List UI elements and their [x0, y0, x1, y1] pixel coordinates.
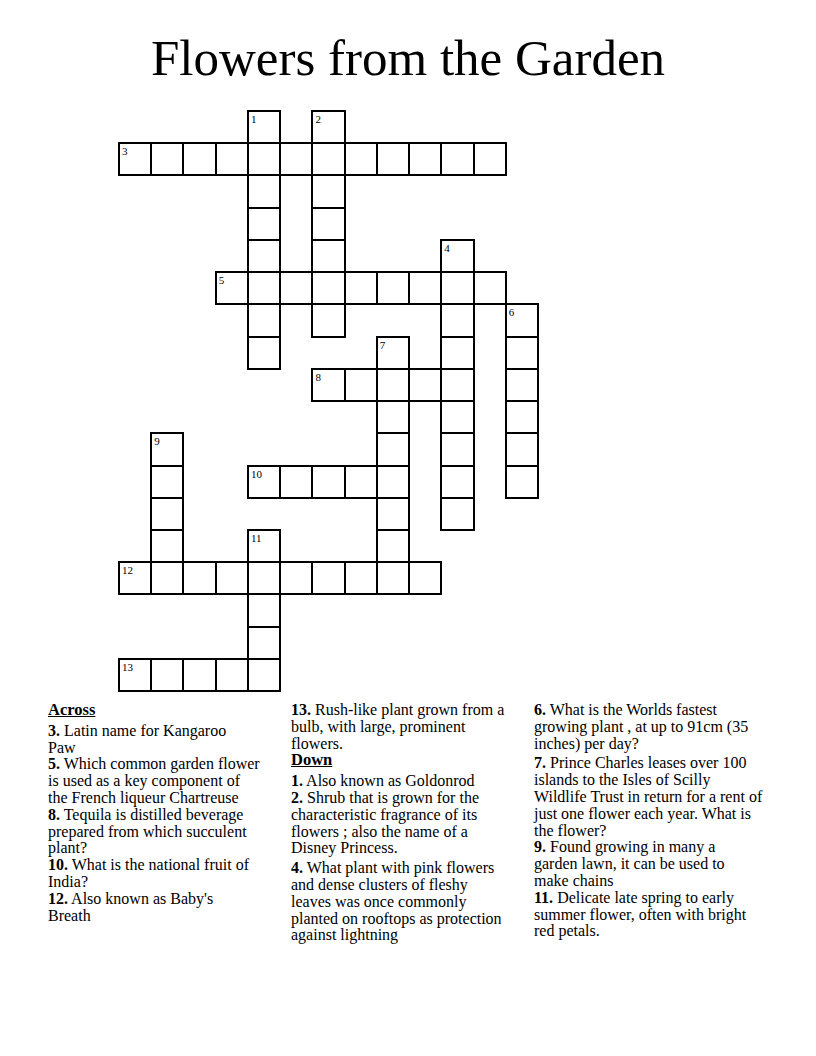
grid-cell-r11c8[interactable]: [376, 465, 410, 499]
grid-cell-r6c6[interactable]: [311, 303, 345, 337]
cell-number-10: 10: [249, 467, 279, 479]
cell-number-11: 11: [249, 531, 279, 543]
clue-across-10: 10. What is the national fruit of India?: [48, 857, 280, 891]
cell-number-8: 8: [313, 370, 343, 382]
clue-across-3: 3. Latin name for Kangaroo Paw: [48, 723, 248, 757]
grid-cell-r5c6[interactable]: [311, 271, 345, 305]
grid-cell-r5c11[interactable]: [473, 271, 507, 305]
clue-number-label: 10.: [48, 856, 68, 873]
grid-cell-r11c10[interactable]: [440, 465, 474, 499]
clue-down-9: 9. Found growing in many a garden lawn, …: [534, 839, 759, 889]
clue-across-5: 5. Which common garden flower is used as…: [48, 756, 261, 806]
grid-cell-r6c12[interactable]: 6: [505, 303, 539, 337]
grid-cell-r1c9[interactable]: [408, 142, 442, 176]
grid-cell-r14c9[interactable]: [408, 561, 442, 595]
grid-cell-r11c5[interactable]: [279, 465, 313, 499]
clue-number-label: 2.: [291, 789, 303, 806]
cell-number-9: 9: [152, 434, 182, 446]
clue-down-7: 7. Prince Charles leases over 100 island…: [534, 755, 766, 839]
grid-cell-r17c1[interactable]: [150, 658, 184, 692]
grid-cell-r7c8[interactable]: 7: [376, 336, 410, 370]
grid-cell-r9c10[interactable]: [440, 400, 474, 434]
grid-cell-r17c2[interactable]: [182, 658, 216, 692]
grid-cell-r2c4[interactable]: [247, 174, 281, 208]
grid-cell-r8c8[interactable]: [376, 368, 410, 402]
grid-cell-r10c10[interactable]: [440, 432, 474, 466]
clue-number-label: 13.: [291, 701, 311, 718]
grid-cell-r5c5[interactable]: [279, 271, 313, 305]
grid-cell-r4c10[interactable]: 4: [440, 239, 474, 273]
grid-cell-r17c0[interactable]: 13: [118, 658, 152, 692]
cell-number-4: 4: [442, 241, 472, 253]
clue-number-label: 8.: [48, 806, 60, 823]
grid-cell-r1c0[interactable]: 3: [118, 142, 152, 176]
clue-across-13: 13. Rush-like plant grown from a bulb, w…: [291, 702, 513, 752]
grid-cell-r7c4[interactable]: [247, 336, 281, 370]
grid-cell-r14c6[interactable]: [311, 561, 345, 595]
clue-down-2: 2. Shrub that is grown for the character…: [291, 790, 516, 857]
grid-cell-r5c10[interactable]: [440, 271, 474, 305]
cell-number-6: 6: [507, 305, 537, 317]
grid-cell-r12c10[interactable]: [440, 497, 474, 531]
grid-cell-r11c1[interactable]: [150, 465, 184, 499]
clue-number-label: 12.: [48, 890, 68, 907]
grid-cell-r5c3[interactable]: 5: [215, 271, 249, 305]
grid-cell-r14c2[interactable]: [182, 561, 216, 595]
grid-cell-r8c12[interactable]: [505, 368, 539, 402]
grid-cell-r1c10[interactable]: [440, 142, 474, 176]
clue-number-label: 11.: [534, 889, 553, 906]
clue-number-label: 4.: [291, 859, 303, 876]
clue-across-12: 12. Also known as Baby's Breath: [48, 891, 253, 925]
grid-cell-r0c6[interactable]: 2: [311, 110, 345, 144]
grid-cell-r4c6[interactable]: [311, 239, 345, 273]
grid-cell-r2c6[interactable]: [311, 174, 345, 208]
cell-number-3: 3: [120, 144, 150, 156]
clue-number-label: 1.: [291, 772, 303, 789]
grid-cell-r5c7[interactable]: [344, 271, 378, 305]
grid-cell-r1c7[interactable]: [344, 142, 378, 176]
grid-cell-r13c1[interactable]: [150, 529, 184, 563]
grid-cell-r11c7[interactable]: [344, 465, 378, 499]
clue-number-label: 6.: [534, 701, 546, 718]
grid-cell-r14c3[interactable]: [215, 561, 249, 595]
cell-number-2: 2: [313, 112, 343, 124]
grid-cell-r8c7[interactable]: [344, 368, 378, 402]
grid-cell-r8c6[interactable]: 8: [311, 368, 345, 402]
clue-number-label: 7.: [534, 754, 546, 771]
grid-cell-r8c10[interactable]: [440, 368, 474, 402]
grid-cell-r13c8[interactable]: [376, 529, 410, 563]
grid-cell-r13c4[interactable]: 11: [247, 529, 281, 563]
grid-cell-r6c10[interactable]: [440, 303, 474, 337]
clues-column-3: 6. What is the Worlds fastest growing pl…: [534, 702, 766, 940]
crossword-grid: 12345678910111213: [118, 110, 540, 692]
grid-cell-r3c4[interactable]: [247, 207, 281, 241]
grid-cell-r1c8[interactable]: [376, 142, 410, 176]
clue-number-label: 9.: [534, 838, 546, 855]
grid-cell-r7c10[interactable]: [440, 336, 474, 370]
grid-cell-r7c12[interactable]: [505, 336, 539, 370]
grid-cell-r14c8[interactable]: [376, 561, 410, 595]
clue-down-4: 4. What plant with pink flowers and dens…: [291, 860, 510, 944]
grid-cell-r6c4[interactable]: [247, 303, 281, 337]
grid-cell-r5c9[interactable]: [408, 271, 442, 305]
clue-down-11: 11. Delicate late spring to early summer…: [534, 890, 766, 940]
grid-cell-r10c1[interactable]: 9: [150, 432, 184, 466]
grid-cell-r1c6[interactable]: [311, 142, 345, 176]
grid-cell-r11c6[interactable]: [311, 465, 345, 499]
grid-cell-r9c8[interactable]: [376, 400, 410, 434]
grid-cell-r1c4[interactable]: [247, 142, 281, 176]
grid-cell-r14c5[interactable]: [279, 561, 313, 595]
clue-down-6: 6. What is the Worlds fastest growing pl…: [534, 702, 766, 752]
clue-across-8: 8. Tequila is distilled beverage prepare…: [48, 807, 268, 857]
cell-number-5: 5: [217, 273, 247, 285]
grid-cell-r1c3[interactable]: [215, 142, 249, 176]
grid-cell-r17c3[interactable]: [215, 658, 249, 692]
grid-cell-r15c4[interactable]: [247, 593, 281, 627]
grid-cell-r1c11[interactable]: [473, 142, 507, 176]
grid-cell-r3c6[interactable]: [311, 207, 345, 241]
cell-number-7: 7: [378, 338, 408, 350]
grid-cell-r8c9[interactable]: [408, 368, 442, 402]
grid-cell-r14c0[interactable]: 12: [118, 561, 152, 595]
cell-number-12: 12: [120, 563, 150, 575]
clue-down-1: 1. Also known as Goldonrod: [291, 773, 523, 790]
clue-number-label: 3.: [48, 722, 60, 739]
across-heading: Across: [48, 702, 280, 719]
grid-cell-r0c4[interactable]: 1: [247, 110, 281, 144]
grid-cell-r1c1[interactable]: [150, 142, 184, 176]
cell-number-13: 13: [120, 660, 150, 672]
clues-column-2: 13. Rush-like plant grown from a bulb, w…: [291, 702, 523, 944]
grid-cell-r14c7[interactable]: [344, 561, 378, 595]
cell-number-1: 1: [249, 112, 279, 124]
grid-cell-r12c8[interactable]: [376, 497, 410, 531]
grid-cell-r10c8[interactable]: [376, 432, 410, 466]
grid-cell-r11c12[interactable]: [505, 465, 539, 499]
grid-cell-r14c4[interactable]: [247, 561, 281, 595]
grid-cell-r4c4[interactable]: [247, 239, 281, 273]
grid-cell-r12c1[interactable]: [150, 497, 184, 531]
down-heading: Down: [291, 752, 523, 769]
grid-cell-r9c12[interactable]: [505, 400, 539, 434]
clues-column-1: Across3. Latin name for Kangaroo Paw5. W…: [48, 702, 280, 924]
crossword-page: Flowers from the Garden 1234567891011121…: [0, 0, 816, 1056]
grid-cell-r5c4[interactable]: [247, 271, 281, 305]
clue-number-label: 5.: [48, 755, 60, 772]
grid-cell-r17c4[interactable]: [247, 658, 281, 692]
grid-cell-r1c5[interactable]: [279, 142, 313, 176]
puzzle-title: Flowers from the Garden: [0, 33, 816, 84]
grid-cell-r11c4[interactable]: 10: [247, 465, 281, 499]
grid-cell-r16c4[interactable]: [247, 626, 281, 660]
grid-cell-r10c12[interactable]: [505, 432, 539, 466]
grid-cell-r14c1[interactable]: [150, 561, 184, 595]
grid-cell-r5c8[interactable]: [376, 271, 410, 305]
clues-section: Across3. Latin name for Kangaroo Paw5. W…: [48, 702, 778, 944]
grid-cell-r1c2[interactable]: [182, 142, 216, 176]
